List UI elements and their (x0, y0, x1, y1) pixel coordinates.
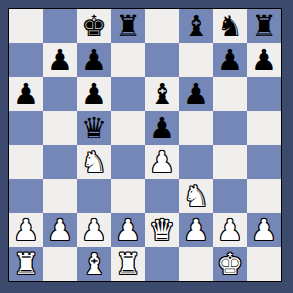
square-e5[interactable]: ♟ (145, 111, 179, 145)
black-pawn[interactable]: ♟ (217, 43, 243, 77)
square-e1[interactable] (145, 247, 179, 281)
square-e2[interactable]: ♛ (145, 213, 179, 247)
chess-board: ♚♜♝♞♜♟♟♟♟♟♟♝♟♛♟♞♟♞♟♟♟♟♛♟♟♟♜♝♜♚ (8, 8, 282, 282)
square-c3[interactable] (77, 179, 111, 213)
square-d2[interactable]: ♟ (111, 213, 145, 247)
square-c8[interactable]: ♚ (77, 9, 111, 43)
square-g5[interactable] (213, 111, 247, 145)
square-c6[interactable]: ♟ (77, 77, 111, 111)
black-pawn[interactable]: ♟ (47, 43, 73, 77)
white-pawn[interactable]: ♟ (217, 213, 243, 247)
black-rook[interactable]: ♜ (251, 9, 277, 43)
white-pawn[interactable]: ♟ (81, 213, 107, 247)
black-bishop[interactable]: ♝ (183, 9, 209, 43)
square-f4[interactable] (179, 145, 213, 179)
square-d1[interactable]: ♜ (111, 247, 145, 281)
square-a6[interactable]: ♟ (9, 77, 43, 111)
white-pawn[interactable]: ♟ (149, 145, 175, 179)
black-king[interactable]: ♚ (81, 9, 107, 43)
square-h8[interactable]: ♜ (247, 9, 281, 43)
square-b3[interactable] (43, 179, 77, 213)
square-d7[interactable] (111, 43, 145, 77)
square-g4[interactable] (213, 145, 247, 179)
square-e4[interactable]: ♟ (145, 145, 179, 179)
square-c2[interactable]: ♟ (77, 213, 111, 247)
square-f1[interactable] (179, 247, 213, 281)
white-rook[interactable]: ♜ (115, 247, 141, 281)
white-pawn[interactable]: ♟ (13, 213, 39, 247)
black-pawn[interactable]: ♟ (183, 77, 209, 111)
square-a5[interactable] (9, 111, 43, 145)
black-rook[interactable]: ♜ (115, 9, 141, 43)
black-pawn[interactable]: ♟ (81, 77, 107, 111)
black-pawn[interactable]: ♟ (81, 43, 107, 77)
white-knight[interactable]: ♞ (183, 179, 209, 213)
square-c7[interactable]: ♟ (77, 43, 111, 77)
black-queen[interactable]: ♛ (81, 111, 107, 145)
white-rook[interactable]: ♜ (13, 247, 39, 281)
square-b1[interactable] (43, 247, 77, 281)
white-pawn[interactable]: ♟ (115, 213, 141, 247)
square-a8[interactable] (9, 9, 43, 43)
square-d3[interactable] (111, 179, 145, 213)
square-d4[interactable] (111, 145, 145, 179)
square-g2[interactable]: ♟ (213, 213, 247, 247)
square-f2[interactable]: ♟ (179, 213, 213, 247)
square-h5[interactable] (247, 111, 281, 145)
black-pawn[interactable]: ♟ (251, 43, 277, 77)
square-b8[interactable] (43, 9, 77, 43)
square-a7[interactable] (9, 43, 43, 77)
square-f8[interactable]: ♝ (179, 9, 213, 43)
square-h3[interactable] (247, 179, 281, 213)
square-h2[interactable]: ♟ (247, 213, 281, 247)
black-knight[interactable]: ♞ (217, 9, 243, 43)
square-g3[interactable] (213, 179, 247, 213)
black-pawn[interactable]: ♟ (149, 111, 175, 145)
square-c1[interactable]: ♝ (77, 247, 111, 281)
square-b7[interactable]: ♟ (43, 43, 77, 77)
square-a1[interactable]: ♜ (9, 247, 43, 281)
square-b2[interactable]: ♟ (43, 213, 77, 247)
square-f5[interactable] (179, 111, 213, 145)
black-pawn[interactable]: ♟ (13, 77, 39, 111)
white-pawn[interactable]: ♟ (251, 213, 277, 247)
square-e3[interactable] (145, 179, 179, 213)
square-c5[interactable]: ♛ (77, 111, 111, 145)
square-e6[interactable]: ♝ (145, 77, 179, 111)
white-bishop[interactable]: ♝ (81, 247, 107, 281)
square-g1[interactable]: ♚ (213, 247, 247, 281)
chess-board-frame: ♚♜♝♞♜♟♟♟♟♟♟♝♟♛♟♞♟♞♟♟♟♟♛♟♟♟♜♝♜♚ (0, 0, 293, 293)
square-b4[interactable] (43, 145, 77, 179)
square-h1[interactable] (247, 247, 281, 281)
square-e8[interactable] (145, 9, 179, 43)
white-pawn[interactable]: ♟ (183, 213, 209, 247)
square-a3[interactable] (9, 179, 43, 213)
square-f3[interactable]: ♞ (179, 179, 213, 213)
square-d6[interactable] (111, 77, 145, 111)
square-d8[interactable]: ♜ (111, 9, 145, 43)
white-king[interactable]: ♚ (217, 247, 243, 281)
square-h7[interactable]: ♟ (247, 43, 281, 77)
square-h6[interactable] (247, 77, 281, 111)
white-knight[interactable]: ♞ (81, 145, 107, 179)
square-d5[interactable] (111, 111, 145, 145)
square-f6[interactable]: ♟ (179, 77, 213, 111)
square-a4[interactable] (9, 145, 43, 179)
white-pawn[interactable]: ♟ (47, 213, 73, 247)
square-g7[interactable]: ♟ (213, 43, 247, 77)
square-b5[interactable] (43, 111, 77, 145)
square-h4[interactable] (247, 145, 281, 179)
square-e7[interactable] (145, 43, 179, 77)
square-g6[interactable] (213, 77, 247, 111)
square-f7[interactable] (179, 43, 213, 77)
square-b6[interactable] (43, 77, 77, 111)
square-c4[interactable]: ♞ (77, 145, 111, 179)
black-bishop[interactable]: ♝ (149, 77, 175, 111)
square-a2[interactable]: ♟ (9, 213, 43, 247)
white-queen[interactable]: ♛ (149, 213, 175, 247)
square-g8[interactable]: ♞ (213, 9, 247, 43)
